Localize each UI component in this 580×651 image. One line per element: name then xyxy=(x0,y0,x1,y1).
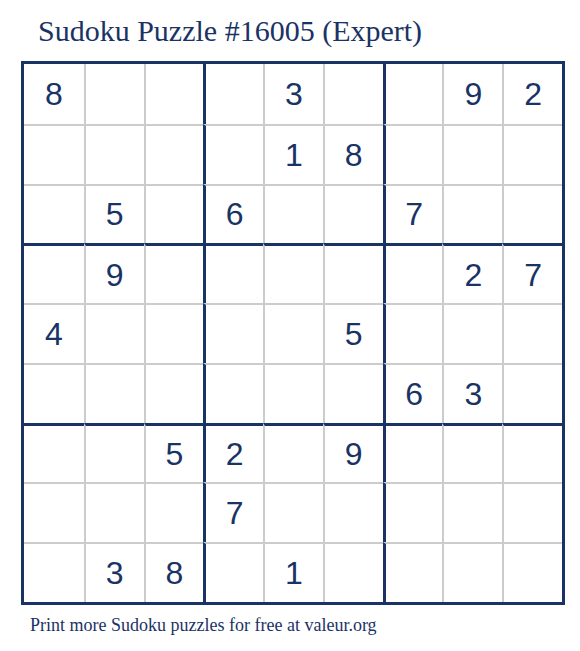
cell-r5c6[interactable]: 5 xyxy=(323,303,383,363)
cell-r4c7[interactable] xyxy=(383,243,443,303)
cell-r2c7[interactable] xyxy=(383,124,443,184)
cell-r5c2[interactable] xyxy=(84,303,144,363)
cell-r9c9[interactable] xyxy=(502,542,562,602)
cell-r8c5[interactable] xyxy=(263,482,323,542)
cell-r6c6[interactable] xyxy=(323,363,383,423)
cell-r2c6[interactable]: 8 xyxy=(323,124,383,184)
cell-r4c3[interactable] xyxy=(144,243,204,303)
cell-r2c1[interactable] xyxy=(24,124,84,184)
cell-r5c9[interactable] xyxy=(502,303,562,363)
cell-r7c2[interactable] xyxy=(84,423,144,483)
cell-r5c5[interactable] xyxy=(263,303,323,363)
cell-r9c4[interactable] xyxy=(203,542,263,602)
footer-text: Print more Sudoku puzzles for free at va… xyxy=(30,615,377,636)
cell-r6c5[interactable] xyxy=(263,363,323,423)
cell-r3c4[interactable]: 6 xyxy=(203,184,263,244)
cell-r6c8[interactable]: 3 xyxy=(442,363,502,423)
cell-r3c7[interactable]: 7 xyxy=(383,184,443,244)
cell-r5c8[interactable] xyxy=(442,303,502,363)
cell-r1c1[interactable]: 8 xyxy=(24,64,84,124)
cell-r6c7[interactable]: 6 xyxy=(383,363,443,423)
cell-r8c9[interactable] xyxy=(502,482,562,542)
cell-r9c2[interactable]: 3 xyxy=(84,542,144,602)
cell-r1c8[interactable]: 9 xyxy=(442,64,502,124)
cell-r4c1[interactable] xyxy=(24,243,84,303)
cell-r7c1[interactable] xyxy=(24,423,84,483)
cell-r1c5[interactable]: 3 xyxy=(263,64,323,124)
cell-r2c8[interactable] xyxy=(442,124,502,184)
cell-r8c2[interactable] xyxy=(84,482,144,542)
cell-r3c1[interactable] xyxy=(24,184,84,244)
page-title: Sudoku Puzzle #16005 (Expert) xyxy=(38,14,422,48)
cell-r1c3[interactable] xyxy=(144,64,204,124)
cell-r4c2[interactable]: 9 xyxy=(84,243,144,303)
cell-r2c3[interactable] xyxy=(144,124,204,184)
cell-r8c6[interactable] xyxy=(323,482,383,542)
cell-r7c6[interactable]: 9 xyxy=(323,423,383,483)
cell-r1c9[interactable]: 2 xyxy=(502,64,562,124)
cell-r1c4[interactable] xyxy=(203,64,263,124)
cell-r5c4[interactable] xyxy=(203,303,263,363)
cell-r8c8[interactable] xyxy=(442,482,502,542)
sudoku-board: 83921856792745635297381 xyxy=(21,61,565,605)
cell-r7c4[interactable]: 2 xyxy=(203,423,263,483)
cell-r8c1[interactable] xyxy=(24,482,84,542)
cell-r5c3[interactable] xyxy=(144,303,204,363)
cell-r1c6[interactable] xyxy=(323,64,383,124)
cell-r1c7[interactable] xyxy=(383,64,443,124)
cell-r7c8[interactable] xyxy=(442,423,502,483)
cell-r2c5[interactable]: 1 xyxy=(263,124,323,184)
cell-r6c9[interactable] xyxy=(502,363,562,423)
cell-r6c4[interactable] xyxy=(203,363,263,423)
cell-r9c6[interactable] xyxy=(323,542,383,602)
cell-r8c4[interactable]: 7 xyxy=(203,482,263,542)
cell-r7c3[interactable]: 5 xyxy=(144,423,204,483)
cell-r6c2[interactable] xyxy=(84,363,144,423)
cell-r3c6[interactable] xyxy=(323,184,383,244)
cell-r4c9[interactable]: 7 xyxy=(502,243,562,303)
cell-r3c2[interactable]: 5 xyxy=(84,184,144,244)
cell-r7c5[interactable] xyxy=(263,423,323,483)
cell-r9c3[interactable]: 8 xyxy=(144,542,204,602)
cell-r9c1[interactable] xyxy=(24,542,84,602)
cell-r3c9[interactable] xyxy=(502,184,562,244)
cell-r7c7[interactable] xyxy=(383,423,443,483)
cell-r6c1[interactable] xyxy=(24,363,84,423)
cell-r9c5[interactable]: 1 xyxy=(263,542,323,602)
cell-r2c9[interactable] xyxy=(502,124,562,184)
cell-r3c8[interactable] xyxy=(442,184,502,244)
cell-r3c5[interactable] xyxy=(263,184,323,244)
cell-r7c9[interactable] xyxy=(502,423,562,483)
cell-r3c3[interactable] xyxy=(144,184,204,244)
cell-r1c2[interactable] xyxy=(84,64,144,124)
cell-r4c4[interactable] xyxy=(203,243,263,303)
cell-r4c5[interactable] xyxy=(263,243,323,303)
cell-r5c7[interactable] xyxy=(383,303,443,363)
cell-r8c7[interactable] xyxy=(383,482,443,542)
cell-r2c4[interactable] xyxy=(203,124,263,184)
cell-r9c8[interactable] xyxy=(442,542,502,602)
cell-r4c8[interactable]: 2 xyxy=(442,243,502,303)
cell-r5c1[interactable]: 4 xyxy=(24,303,84,363)
cell-r6c3[interactable] xyxy=(144,363,204,423)
cell-r8c3[interactable] xyxy=(144,482,204,542)
cell-r2c2[interactable] xyxy=(84,124,144,184)
cell-r9c7[interactable] xyxy=(383,542,443,602)
cell-r4c6[interactable] xyxy=(323,243,383,303)
